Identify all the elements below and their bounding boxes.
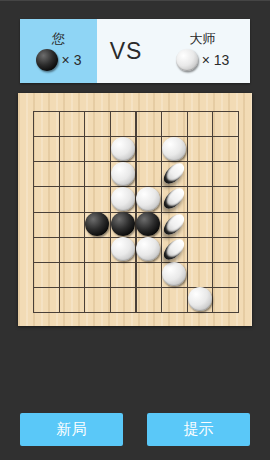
board-cell-c8[interactable] xyxy=(84,287,110,312)
board xyxy=(18,93,252,326)
black-stone xyxy=(85,212,109,236)
board-cell-b3[interactable] xyxy=(59,161,85,186)
board-cell-c6[interactable] xyxy=(84,237,110,262)
board-cell-b4[interactable] xyxy=(59,186,85,211)
board-cell-g8[interactable] xyxy=(187,287,213,312)
vs-label: VS xyxy=(97,19,155,83)
board-cell-e5[interactable] xyxy=(136,212,162,237)
board-cell-d8[interactable] xyxy=(110,287,136,312)
board-cell-e3[interactable] xyxy=(136,161,162,186)
player-white-score: × 13 xyxy=(176,49,230,71)
board-cell-h4[interactable] xyxy=(212,186,238,211)
board-cell-g2[interactable] xyxy=(187,136,213,161)
black-stone xyxy=(136,212,160,236)
board-cell-h6[interactable] xyxy=(212,237,238,262)
board-cell-c3[interactable] xyxy=(84,161,110,186)
board-cell-e8[interactable] xyxy=(136,287,162,312)
board-cell-a7[interactable] xyxy=(33,262,59,287)
board-cell-e4[interactable] xyxy=(136,186,162,211)
white-stone xyxy=(162,137,186,161)
board-cell-a6[interactable] xyxy=(33,237,59,262)
player-white-count: × 13 xyxy=(202,52,230,68)
board-cell-b6[interactable] xyxy=(59,237,85,262)
white-stone xyxy=(136,237,160,261)
board-grid xyxy=(33,111,239,313)
board-cell-a1[interactable] xyxy=(33,111,59,136)
board-cell-d7[interactable] xyxy=(110,262,136,287)
board-cell-f6[interactable] xyxy=(161,237,187,262)
white-stone xyxy=(188,287,212,311)
board-cell-b5[interactable] xyxy=(59,212,85,237)
board-cell-a8[interactable] xyxy=(33,287,59,312)
board-cell-a4[interactable] xyxy=(33,186,59,211)
board-cell-g1[interactable] xyxy=(187,111,213,136)
board-cell-h3[interactable] xyxy=(212,161,238,186)
board-cell-g5[interactable] xyxy=(187,212,213,237)
black-stone-icon xyxy=(36,49,58,71)
board-cell-f1[interactable] xyxy=(161,111,187,136)
flipping-stone xyxy=(160,185,188,213)
new-game-button[interactable]: 新局 xyxy=(20,413,123,446)
board-cell-b7[interactable] xyxy=(59,262,85,287)
flipping-stone xyxy=(160,235,188,263)
white-stone xyxy=(111,137,135,161)
board-cell-a3[interactable] xyxy=(33,161,59,186)
flipping-stone xyxy=(160,210,188,238)
board-cell-e1[interactable] xyxy=(136,111,162,136)
white-stone xyxy=(111,187,135,211)
flipping-stone xyxy=(160,160,188,188)
player-black-name: 您 xyxy=(52,32,65,46)
scoreboard: 您 × 3 VS 大师 × 13 xyxy=(20,19,250,83)
white-stone xyxy=(111,162,135,186)
hint-button[interactable]: 提示 xyxy=(147,413,250,446)
board-cell-b8[interactable] xyxy=(59,287,85,312)
board-cell-d2[interactable] xyxy=(110,136,136,161)
board-cell-c4[interactable] xyxy=(84,186,110,211)
board-cell-d6[interactable] xyxy=(110,237,136,262)
board-cell-h2[interactable] xyxy=(212,136,238,161)
player-white-name: 大师 xyxy=(190,32,216,46)
app-background: 您 × 3 VS 大师 × 13 新局 提示 xyxy=(0,0,270,460)
board-cell-e7[interactable] xyxy=(136,262,162,287)
board-cell-h8[interactable] xyxy=(212,287,238,312)
board-cell-f2[interactable] xyxy=(161,136,187,161)
board-cell-b2[interactable] xyxy=(59,136,85,161)
board-cell-f8[interactable] xyxy=(161,287,187,312)
board-cell-g7[interactable] xyxy=(187,262,213,287)
board-cell-f4[interactable] xyxy=(161,186,187,211)
player-black-count: × 3 xyxy=(62,52,82,68)
board-cell-d4[interactable] xyxy=(110,186,136,211)
player-black-score: × 3 xyxy=(36,49,82,71)
board-cell-c1[interactable] xyxy=(84,111,110,136)
board-cell-g6[interactable] xyxy=(187,237,213,262)
player-black-panel: 您 × 3 xyxy=(20,19,97,83)
player-white-panel: 大师 × 13 xyxy=(155,19,250,83)
white-stone xyxy=(111,237,135,261)
white-stone-icon xyxy=(176,49,198,71)
board-cell-g4[interactable] xyxy=(187,186,213,211)
board-cell-d5[interactable] xyxy=(110,212,136,237)
board-cell-f3[interactable] xyxy=(161,161,187,186)
board-cell-h1[interactable] xyxy=(212,111,238,136)
board-cell-h7[interactable] xyxy=(212,262,238,287)
board-cell-f7[interactable] xyxy=(161,262,187,287)
board-cell-g3[interactable] xyxy=(187,161,213,186)
board-cell-h5[interactable] xyxy=(212,212,238,237)
white-stone xyxy=(136,187,160,211)
board-cell-b1[interactable] xyxy=(59,111,85,136)
board-cell-c7[interactable] xyxy=(84,262,110,287)
board-cell-a5[interactable] xyxy=(33,212,59,237)
board-cell-d1[interactable] xyxy=(110,111,136,136)
board-cell-c5[interactable] xyxy=(84,212,110,237)
white-stone xyxy=(162,262,186,286)
black-stone xyxy=(111,212,135,236)
board-cell-d3[interactable] xyxy=(110,161,136,186)
board-cell-c2[interactable] xyxy=(84,136,110,161)
board-cell-e6[interactable] xyxy=(136,237,162,262)
board-cell-e2[interactable] xyxy=(136,136,162,161)
board-cell-f5[interactable] xyxy=(161,212,187,237)
board-cell-a2[interactable] xyxy=(33,136,59,161)
